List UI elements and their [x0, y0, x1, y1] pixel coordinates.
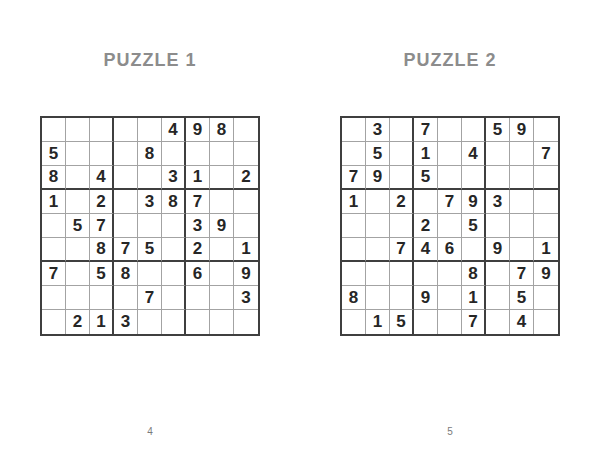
- cell-r5c6: [162, 214, 186, 238]
- cell-r1c4: [114, 118, 138, 142]
- cell-r7c6: [162, 262, 186, 286]
- cell-r5c7: [486, 214, 510, 238]
- cell-r6c6: [162, 238, 186, 262]
- cell-r6c8: [510, 238, 534, 262]
- sudoku-grid-puzzle-2: 3759514779512793257469187989151574: [340, 116, 560, 336]
- cell-r3c9: [534, 166, 558, 190]
- cell-r9c1: [342, 310, 366, 334]
- cell-r9c4: [414, 310, 438, 334]
- cell-r3c2: 9: [366, 166, 390, 190]
- cell-r7c1: 7: [42, 262, 66, 286]
- cell-r4c4: [414, 190, 438, 214]
- cell-r2c7: [186, 142, 210, 166]
- cell-r6c3: 7: [390, 238, 414, 262]
- cell-r7c8: [210, 262, 234, 286]
- cell-r1c4: 7: [414, 118, 438, 142]
- cell-r1c3: [390, 118, 414, 142]
- cell-r8c3: [390, 286, 414, 310]
- cell-r1c6: 4: [162, 118, 186, 142]
- cell-r3c2: [66, 166, 90, 190]
- page-left: PUZZLE 1 4985884312123875739875217586973…: [0, 0, 300, 456]
- cell-r2c1: 5: [42, 142, 66, 166]
- cell-r5c4: [114, 214, 138, 238]
- cell-r8c1: 8: [342, 286, 366, 310]
- cell-r7c5: [138, 262, 162, 286]
- cell-r7c8: 7: [510, 262, 534, 286]
- cell-r7c7: 6: [186, 262, 210, 286]
- cell-r9c7: [486, 310, 510, 334]
- cell-r7c9: 9: [534, 262, 558, 286]
- cell-r4c1: 1: [42, 190, 66, 214]
- puzzle-2-title: PUZZLE 2: [403, 50, 496, 70]
- cell-r5c3: [390, 214, 414, 238]
- cell-r4c9: [234, 190, 258, 214]
- cell-r6c5: 6: [438, 238, 462, 262]
- cell-r4c7: 3: [486, 190, 510, 214]
- cell-r4c5: 3: [138, 190, 162, 214]
- cell-r3c1: 7: [342, 166, 366, 190]
- cell-r2c2: 5: [366, 142, 390, 166]
- cell-r5c9: [234, 214, 258, 238]
- cell-r6c2: [66, 238, 90, 262]
- cell-r9c4: 3: [114, 310, 138, 334]
- cell-r7c3: [390, 262, 414, 286]
- cell-r5c2: [366, 214, 390, 238]
- cell-r8c7: [186, 286, 210, 310]
- cell-r6c9: 1: [234, 238, 258, 262]
- cell-r5c5: [138, 214, 162, 238]
- cell-r8c6: [162, 286, 186, 310]
- puzzle-1-title: PUZZLE 1: [103, 50, 196, 70]
- cell-r2c4: 1: [414, 142, 438, 166]
- cell-r8c4: [114, 286, 138, 310]
- cell-r5c9: [534, 214, 558, 238]
- cell-r7c9: 9: [234, 262, 258, 286]
- cell-r2c8: [510, 142, 534, 166]
- cell-r8c2: [66, 286, 90, 310]
- cell-r9c6: [162, 310, 186, 334]
- page-number-left: 4: [147, 426, 153, 437]
- cell-r6c1: [342, 238, 366, 262]
- cell-r1c9: [234, 118, 258, 142]
- cell-r5c2: 5: [66, 214, 90, 238]
- cell-r1c8: 9: [510, 118, 534, 142]
- cell-r8c4: 9: [414, 286, 438, 310]
- cell-r9c5: [138, 310, 162, 334]
- cell-r1c7: 9: [186, 118, 210, 142]
- cell-r1c3: [90, 118, 114, 142]
- cell-r8c8: 5: [510, 286, 534, 310]
- cell-r9c6: 7: [462, 310, 486, 334]
- cell-r7c1: [342, 262, 366, 286]
- cell-r5c4: 2: [414, 214, 438, 238]
- cell-r8c6: 1: [462, 286, 486, 310]
- cell-r6c6: [462, 238, 486, 262]
- cell-r4c2: [66, 190, 90, 214]
- cell-r4c7: 7: [186, 190, 210, 214]
- cell-r7c6: 8: [462, 262, 486, 286]
- cell-r1c2: 3: [366, 118, 390, 142]
- cell-r2c4: [114, 142, 138, 166]
- cell-r4c9: [534, 190, 558, 214]
- cell-r8c2: [366, 286, 390, 310]
- cell-r5c5: [438, 214, 462, 238]
- cell-r4c3: 2: [90, 190, 114, 214]
- cell-r6c3: 8: [90, 238, 114, 262]
- cell-r6c7: 2: [186, 238, 210, 262]
- cell-r9c8: 4: [510, 310, 534, 334]
- cell-r3c3: [390, 166, 414, 190]
- cell-r2c6: 4: [462, 142, 486, 166]
- cell-r2c1: [342, 142, 366, 166]
- cell-r4c6: 8: [162, 190, 186, 214]
- cell-r6c9: 1: [534, 238, 558, 262]
- cell-r6c1: [42, 238, 66, 262]
- cell-r1c9: [534, 118, 558, 142]
- cell-r8c1: [42, 286, 66, 310]
- cell-r8c7: [486, 286, 510, 310]
- cell-r4c3: 2: [390, 190, 414, 214]
- cell-r3c5: [138, 166, 162, 190]
- cell-r3c1: 8: [42, 166, 66, 190]
- cell-r7c5: [438, 262, 462, 286]
- cell-r2c3: [90, 142, 114, 166]
- cell-r8c5: [438, 286, 462, 310]
- cell-r9c1: [42, 310, 66, 334]
- cell-r7c3: 5: [90, 262, 114, 286]
- cell-r3c8: [510, 166, 534, 190]
- cell-r9c8: [210, 310, 234, 334]
- cell-r6c2: [366, 238, 390, 262]
- sudoku-grid-puzzle-1: 4985884312123875739875217586973213: [40, 116, 260, 336]
- cell-r4c8: [510, 190, 534, 214]
- book-spread: PUZZLE 1 4985884312123875739875217586973…: [0, 0, 600, 456]
- cell-r3c4: 5: [414, 166, 438, 190]
- cell-r4c4: [114, 190, 138, 214]
- cell-r3c6: [462, 166, 486, 190]
- cell-r2c9: 7: [534, 142, 558, 166]
- cell-r2c5: [438, 142, 462, 166]
- cell-r1c1: [342, 118, 366, 142]
- cell-r5c8: 9: [210, 214, 234, 238]
- cell-r7c4: [414, 262, 438, 286]
- cell-r9c7: [186, 310, 210, 334]
- cell-r9c2: 2: [66, 310, 90, 334]
- cell-r3c4: [114, 166, 138, 190]
- cell-r4c2: [366, 190, 390, 214]
- cell-r5c6: 5: [462, 214, 486, 238]
- cell-r3c9: 2: [234, 166, 258, 190]
- cell-r9c5: [438, 310, 462, 334]
- cell-r2c7: [486, 142, 510, 166]
- cell-r8c8: [210, 286, 234, 310]
- cell-r7c4: 8: [114, 262, 138, 286]
- cell-r5c7: 3: [186, 214, 210, 238]
- cell-r2c8: [210, 142, 234, 166]
- cell-r4c8: [210, 190, 234, 214]
- cell-r3c7: 1: [186, 166, 210, 190]
- cell-r5c1: [42, 214, 66, 238]
- cell-r8c9: [534, 286, 558, 310]
- cell-r6c5: 5: [138, 238, 162, 262]
- cell-r7c2: [66, 262, 90, 286]
- page-number-right: 5: [447, 426, 453, 437]
- page-right: PUZZLE 2 3759514779512793257469187989151…: [300, 0, 600, 456]
- cell-r5c3: 7: [90, 214, 114, 238]
- cell-r9c9: [534, 310, 558, 334]
- cell-r4c6: 9: [462, 190, 486, 214]
- cell-r2c2: [66, 142, 90, 166]
- cell-r9c3: 5: [390, 310, 414, 334]
- cell-r6c4: 4: [414, 238, 438, 262]
- cell-r8c5: 7: [138, 286, 162, 310]
- cell-r1c6: [462, 118, 486, 142]
- cell-r6c4: 7: [114, 238, 138, 262]
- cell-r2c5: 8: [138, 142, 162, 166]
- cell-r8c3: [90, 286, 114, 310]
- cell-r9c9: [234, 310, 258, 334]
- cell-r3c6: 3: [162, 166, 186, 190]
- cell-r9c2: 1: [366, 310, 390, 334]
- cell-r4c1: 1: [342, 190, 366, 214]
- cell-r8c9: 3: [234, 286, 258, 310]
- cell-r1c1: [42, 118, 66, 142]
- cell-r1c7: 5: [486, 118, 510, 142]
- cell-r3c3: 4: [90, 166, 114, 190]
- cell-r2c9: [234, 142, 258, 166]
- cell-r1c5: [138, 118, 162, 142]
- cell-r9c3: 1: [90, 310, 114, 334]
- cell-r5c1: [342, 214, 366, 238]
- cell-r1c2: [66, 118, 90, 142]
- cell-r7c7: [486, 262, 510, 286]
- cell-r2c3: [390, 142, 414, 166]
- cell-r1c8: 8: [210, 118, 234, 142]
- cell-r3c7: [486, 166, 510, 190]
- cell-r5c8: [510, 214, 534, 238]
- cell-r3c8: [210, 166, 234, 190]
- cell-r1c5: [438, 118, 462, 142]
- cell-r6c8: [210, 238, 234, 262]
- cell-r2c6: [162, 142, 186, 166]
- cell-r7c2: [366, 262, 390, 286]
- cell-r4c5: 7: [438, 190, 462, 214]
- cell-r3c5: [438, 166, 462, 190]
- cell-r6c7: 9: [486, 238, 510, 262]
